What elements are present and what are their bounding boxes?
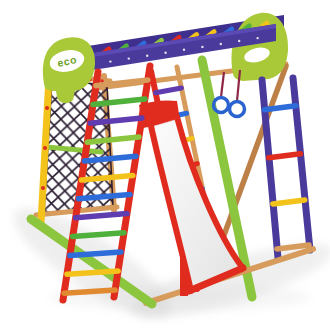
back-ladder-rung <box>156 88 182 93</box>
screw-dot <box>146 55 148 57</box>
screw-dot <box>201 46 203 48</box>
front-ladder-rung <box>67 271 118 274</box>
front-ladder-rung <box>64 290 115 293</box>
screw-dot <box>164 52 166 54</box>
screw-dot <box>128 57 130 59</box>
right-ladder-rung <box>269 154 301 158</box>
post-knob <box>41 186 45 190</box>
screw-dot <box>109 60 111 62</box>
play-gym-illustration: eco <box>0 0 330 330</box>
screw-dot <box>238 40 240 42</box>
screw-dot <box>183 49 185 51</box>
front-ladder-rung <box>70 252 121 256</box>
ring-strap <box>221 72 224 97</box>
post-knob <box>43 146 47 150</box>
gym-rings <box>214 70 245 117</box>
right-ladder-rung <box>273 200 305 204</box>
front-ladder-rung <box>76 214 127 218</box>
screw-dot <box>256 37 258 39</box>
gym-ring <box>230 102 245 117</box>
post-knob <box>45 106 49 110</box>
screw-dot <box>220 43 222 45</box>
front-ladder-rung <box>73 233 124 237</box>
product-photo: eco <box>0 0 330 330</box>
